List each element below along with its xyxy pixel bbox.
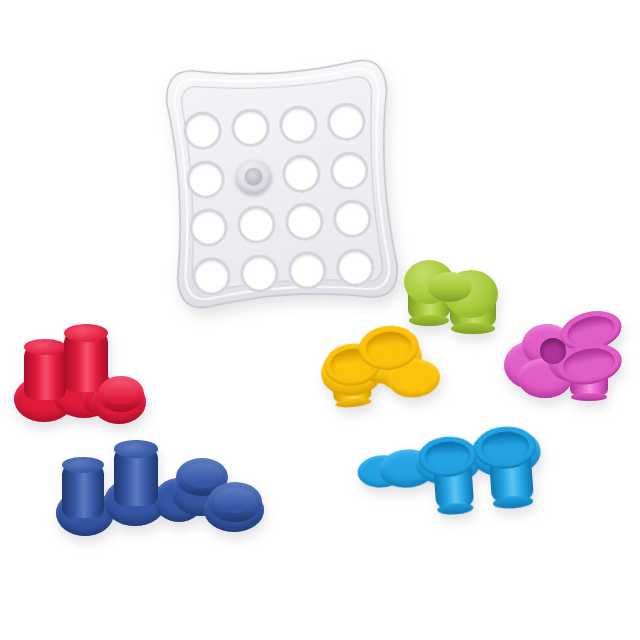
board-knob [234, 158, 272, 194]
board-hole-r1c4[interactable] [326, 102, 366, 142]
board-cell-r3c1 [183, 202, 234, 253]
piece-cyan[interactable] [351, 417, 568, 533]
board-cell-r3c2 [231, 199, 282, 250]
blue-cap-8 [208, 482, 262, 522]
board-hole-r4c4[interactable] [335, 247, 375, 287]
board-cell-r4c3 [282, 245, 333, 296]
board-cell-r1c1 [177, 105, 228, 156]
board-hole-r1c3[interactable] [278, 105, 318, 145]
board-hole-r1c2[interactable] [230, 108, 270, 148]
board-hole-r3c1[interactable] [188, 208, 228, 248]
board-cell-r2c4 [324, 145, 375, 196]
board-hole-r2c3[interactable] [281, 153, 321, 193]
board-hole-r3c4[interactable] [332, 199, 372, 239]
blue-peg-5 [62, 464, 104, 518]
board-cell-r3c4 [327, 193, 378, 244]
puzzle-board [159, 53, 406, 315]
board-hole-r1c1[interactable] [182, 111, 222, 151]
piece-yellow[interactable] [297, 307, 440, 414]
green-saddle-4 [428, 272, 472, 302]
board-cell-r1c4 [321, 97, 372, 148]
board-cell-r1c3 [273, 99, 324, 150]
board-cell-r4c2 [234, 248, 285, 299]
board-cell-r1c2 [225, 102, 276, 153]
board-hole-r4c2[interactable] [239, 253, 279, 293]
board-cell-r3c3 [279, 196, 330, 247]
red-cap-6 [98, 376, 144, 412]
piece-pink[interactable] [496, 304, 632, 402]
board-hole-r2c1[interactable] [185, 159, 225, 199]
board-cell-r2c3 [276, 148, 327, 199]
piece-blue[interactable] [50, 426, 272, 538]
board-cell-r4c1 [186, 251, 237, 302]
piece-red[interactable] [6, 320, 152, 424]
board-hole-r4c1[interactable] [191, 256, 231, 296]
board-cell-r2c1 [180, 154, 231, 205]
board-cell-r4c4 [330, 242, 381, 293]
board-hole-grid [177, 97, 380, 302]
board-hole-r3c3[interactable] [284, 202, 324, 242]
board-cell-r2c2 [228, 151, 279, 202]
board-hole-r3c2[interactable] [236, 205, 276, 245]
product-photo-stage [0, 0, 640, 640]
board-hole-r2c4[interactable] [329, 150, 369, 190]
red-peg-4 [24, 346, 66, 400]
pink-holecut-7 [540, 338, 566, 364]
board-hole-r4c3[interactable] [287, 250, 327, 290]
blue-peg-6 [114, 448, 158, 506]
